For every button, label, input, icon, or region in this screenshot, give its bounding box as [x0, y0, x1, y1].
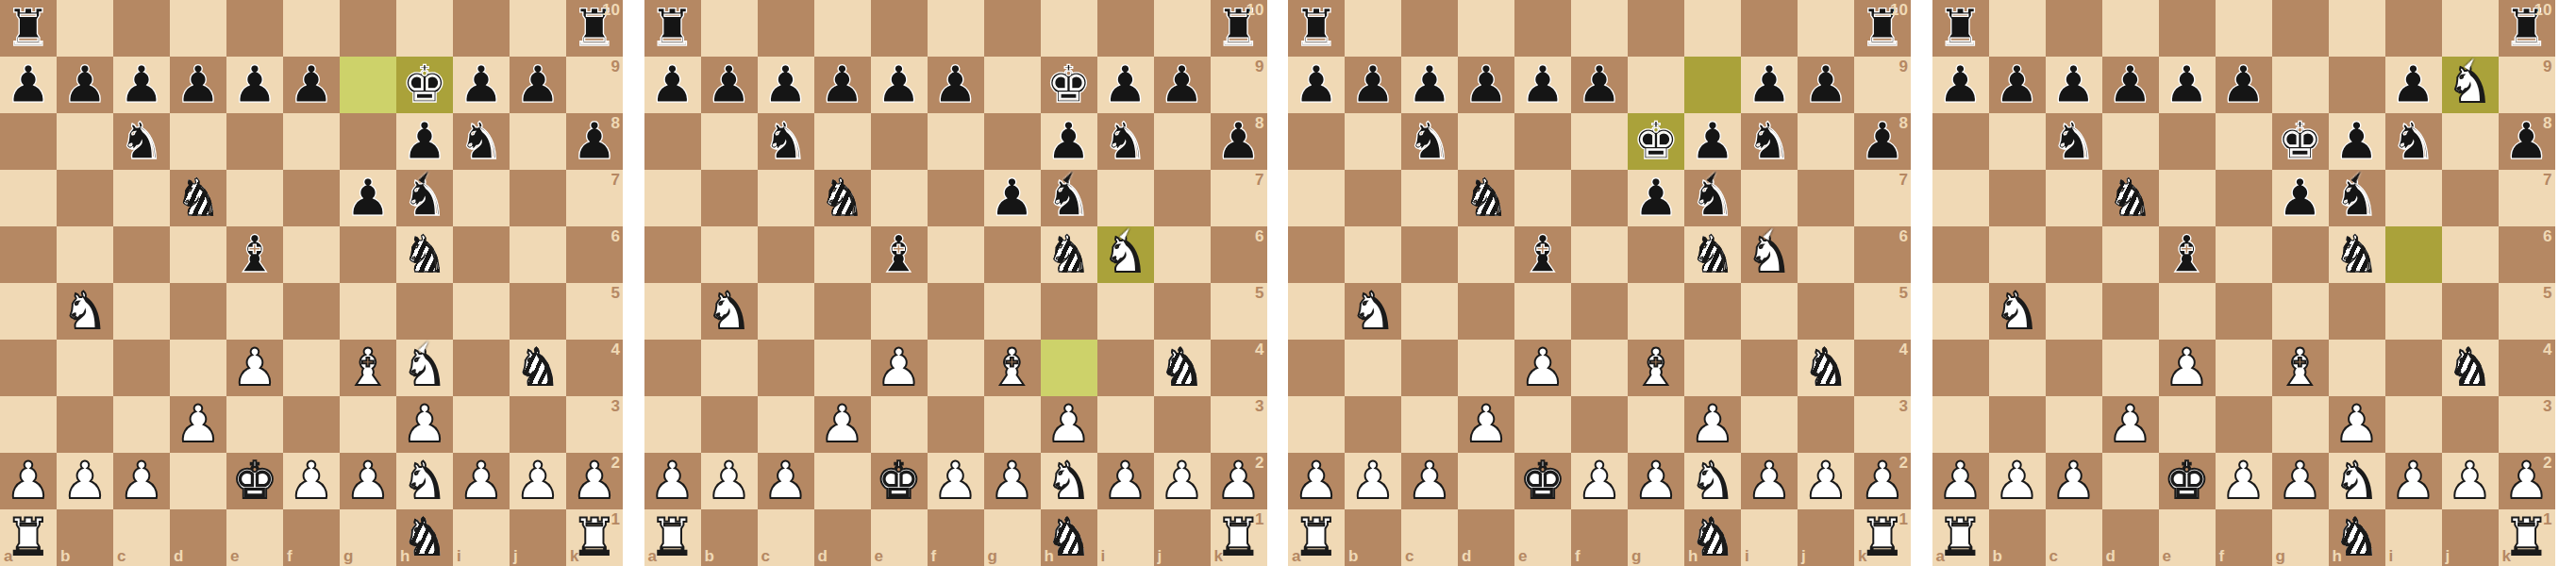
white-rook[interactable]: ♜: [0, 509, 57, 566]
square-g6[interactable]: [2272, 226, 2329, 283]
square-b6[interactable]: [57, 226, 113, 283]
square-d7[interactable]: ♞: [1458, 170, 1514, 226]
black-camel[interactable]: ♞: [170, 170, 226, 226]
square-d1[interactable]: d: [170, 509, 226, 566]
white-pawn[interactable]: ♟: [1458, 396, 1514, 453]
square-h9[interactable]: [2329, 57, 2385, 113]
square-b6[interactable]: [1989, 226, 2046, 283]
square-j3[interactable]: [1798, 396, 1854, 453]
square-a8[interactable]: [0, 113, 57, 170]
square-f8[interactable]: [2216, 113, 2272, 170]
square-b1[interactable]: b: [701, 509, 758, 566]
square-a5[interactable]: [1932, 283, 1989, 340]
square-b9[interactable]: ♟: [1989, 57, 2046, 113]
square-i2[interactable]: ♟: [453, 453, 510, 509]
square-a4[interactable]: [644, 340, 701, 396]
white-camel[interactable]: ♞: [510, 340, 566, 396]
square-j6[interactable]: [2442, 226, 2499, 283]
square-k10[interactable]: ♜10: [2499, 0, 2555, 57]
square-j4[interactable]: ♞: [2442, 340, 2499, 396]
square-g7[interactable]: ♟: [984, 170, 1041, 226]
square-k8[interactable]: ♟8: [1854, 113, 1911, 170]
square-g1[interactable]: g: [2272, 509, 2329, 566]
square-h10[interactable]: [2329, 0, 2385, 57]
black-king[interactable]: ♚: [2272, 113, 2329, 170]
square-i6[interactable]: [453, 226, 510, 283]
square-h1[interactable]: ♞h: [2329, 509, 2385, 566]
black-pawn[interactable]: ♟: [2216, 57, 2272, 113]
square-f5[interactable]: [2216, 283, 2272, 340]
square-h4[interactable]: [2329, 340, 2385, 396]
square-k4[interactable]: 4: [2499, 340, 2555, 396]
black-pawn[interactable]: ♟: [984, 170, 1041, 226]
square-h5[interactable]: [1041, 283, 1097, 340]
square-d9[interactable]: ♟: [1458, 57, 1514, 113]
square-k1[interactable]: ♜1k: [566, 509, 623, 566]
square-b6[interactable]: [701, 226, 758, 283]
square-d7[interactable]: ♞: [814, 170, 871, 226]
white-pawn[interactable]: ♟: [1854, 453, 1911, 509]
black-pawn[interactable]: ♟: [453, 57, 510, 113]
square-k6[interactable]: 6: [1211, 226, 1267, 283]
black-rook[interactable]: ♜: [0, 0, 57, 57]
square-d5[interactable]: [814, 283, 871, 340]
square-e6[interactable]: ♝: [226, 226, 283, 283]
black-pawn[interactable]: ♟: [340, 170, 396, 226]
square-k2[interactable]: ♟2: [1854, 453, 1911, 509]
square-f10[interactable]: [928, 0, 984, 57]
square-b1[interactable]: b: [57, 509, 113, 566]
square-j6[interactable]: [510, 226, 566, 283]
white-pawn[interactable]: ♟: [1684, 396, 1741, 453]
square-c3[interactable]: [113, 396, 170, 453]
square-k8[interactable]: ♟8: [2499, 113, 2555, 170]
white-knight[interactable]: ♞: [1989, 283, 2046, 340]
square-f8[interactable]: [283, 113, 340, 170]
square-d4[interactable]: [1458, 340, 1514, 396]
square-j4[interactable]: ♞: [1154, 340, 1211, 396]
square-a3[interactable]: [1288, 396, 1345, 453]
square-e4[interactable]: ♟: [1514, 340, 1571, 396]
square-j5[interactable]: [1154, 283, 1211, 340]
square-e10[interactable]: [871, 0, 928, 57]
square-b7[interactable]: [701, 170, 758, 226]
white-pawn[interactable]: ♟: [2385, 453, 2442, 509]
black-pawn[interactable]: ♟: [1932, 57, 1989, 113]
square-i4[interactable]: [1097, 340, 1154, 396]
square-g1[interactable]: g: [1628, 509, 1684, 566]
square-i6[interactable]: ♞: [1741, 226, 1798, 283]
square-i10[interactable]: [1097, 0, 1154, 57]
black-pawn[interactable]: ♟: [1989, 57, 2046, 113]
square-d5[interactable]: [1458, 283, 1514, 340]
square-f4[interactable]: [283, 340, 340, 396]
square-f6[interactable]: [2216, 226, 2272, 283]
white-pawn[interactable]: ♟: [566, 453, 623, 509]
square-k5[interactable]: 5: [1854, 283, 1911, 340]
square-g9[interactable]: [340, 57, 396, 113]
square-j2[interactable]: ♟: [1798, 453, 1854, 509]
square-i3[interactable]: [1741, 396, 1798, 453]
square-k3[interactable]: 3: [1211, 396, 1267, 453]
square-i3[interactable]: [1097, 396, 1154, 453]
black-pawn[interactable]: ♟: [2102, 57, 2159, 113]
square-k10[interactable]: ♜10: [566, 0, 623, 57]
square-a9[interactable]: ♟: [1288, 57, 1345, 113]
square-i6[interactable]: [2385, 226, 2442, 283]
square-j10[interactable]: [2442, 0, 2499, 57]
white-pawn[interactable]: ♟: [113, 453, 170, 509]
square-i3[interactable]: [2385, 396, 2442, 453]
square-j1[interactable]: j: [1154, 509, 1211, 566]
square-h5[interactable]: [396, 283, 453, 340]
black-king[interactable]: ♚: [396, 57, 453, 113]
square-d1[interactable]: d: [1458, 509, 1514, 566]
square-g4[interactable]: ♝: [1628, 340, 1684, 396]
black-wildebeest[interactable]: ♞: [396, 170, 453, 226]
square-i8[interactable]: ♞: [453, 113, 510, 170]
square-g7[interactable]: ♟: [1628, 170, 1684, 226]
white-pawn[interactable]: ♟: [2216, 453, 2272, 509]
black-pawn[interactable]: ♟: [2329, 113, 2385, 170]
square-h2[interactable]: ♞: [2329, 453, 2385, 509]
square-c3[interactable]: [2046, 396, 2102, 453]
square-i8[interactable]: ♞: [1097, 113, 1154, 170]
black-knight[interactable]: ♞: [758, 113, 814, 170]
square-f10[interactable]: [2216, 0, 2272, 57]
square-h4[interactable]: [1041, 340, 1097, 396]
square-j7[interactable]: [2442, 170, 2499, 226]
black-bishop[interactable]: ♝: [2159, 226, 2216, 283]
white-bishop[interactable]: ♝: [984, 340, 1041, 396]
square-j8[interactable]: [510, 113, 566, 170]
square-h10[interactable]: [1041, 0, 1097, 57]
white-pawn[interactable]: ♟: [0, 453, 57, 509]
square-e10[interactable]: [1514, 0, 1571, 57]
black-pawn[interactable]: ♟: [283, 57, 340, 113]
square-a1[interactable]: ♜a: [1288, 509, 1345, 566]
square-k4[interactable]: 4: [1854, 340, 1911, 396]
square-a9[interactable]: ♟: [0, 57, 57, 113]
white-knight[interactable]: ♞: [396, 453, 453, 509]
white-pawn[interactable]: ♟: [1211, 453, 1267, 509]
black-bishop[interactable]: ♝: [226, 226, 283, 283]
black-pawn[interactable]: ♟: [2159, 57, 2216, 113]
square-j6[interactable]: [1154, 226, 1211, 283]
black-rook[interactable]: ♜: [2499, 0, 2555, 57]
white-pawn[interactable]: ♟: [758, 453, 814, 509]
square-h8[interactable]: ♟: [1041, 113, 1097, 170]
square-d6[interactable]: [1458, 226, 1514, 283]
square-f9[interactable]: ♟: [1571, 57, 1628, 113]
square-e8[interactable]: [2159, 113, 2216, 170]
square-h2[interactable]: ♞: [1684, 453, 1741, 509]
black-king[interactable]: ♚: [1628, 113, 1684, 170]
square-j8[interactable]: [2442, 113, 2499, 170]
black-camel[interactable]: ♞: [2102, 170, 2159, 226]
black-pawn[interactable]: ♟: [2272, 170, 2329, 226]
square-d2[interactable]: [1458, 453, 1514, 509]
square-d4[interactable]: [814, 340, 871, 396]
square-a6[interactable]: [1932, 226, 1989, 283]
square-k6[interactable]: 6: [1854, 226, 1911, 283]
square-e9[interactable]: ♟: [871, 57, 928, 113]
square-d7[interactable]: ♞: [170, 170, 226, 226]
square-e1[interactable]: e: [1514, 509, 1571, 566]
black-camel[interactable]: ♞: [1041, 226, 1097, 283]
square-h7[interactable]: ♞: [1684, 170, 1741, 226]
square-a2[interactable]: ♟: [644, 453, 701, 509]
square-a7[interactable]: [0, 170, 57, 226]
square-c4[interactable]: [758, 340, 814, 396]
square-e5[interactable]: [2159, 283, 2216, 340]
square-j8[interactable]: [1154, 113, 1211, 170]
square-h3[interactable]: ♟: [1041, 396, 1097, 453]
black-rook[interactable]: ♜: [566, 0, 623, 57]
square-i4[interactable]: [453, 340, 510, 396]
black-knight[interactable]: ♞: [453, 113, 510, 170]
square-b10[interactable]: [57, 0, 113, 57]
square-i1[interactable]: i: [1097, 509, 1154, 566]
black-pawn[interactable]: ♟: [1628, 170, 1684, 226]
white-camel[interactable]: ♞: [1684, 509, 1741, 566]
square-a7[interactable]: [1932, 170, 1989, 226]
white-pawn[interactable]: ♟: [644, 453, 701, 509]
square-k2[interactable]: ♟2: [1211, 453, 1267, 509]
white-pawn[interactable]: ♟: [170, 396, 226, 453]
square-b7[interactable]: [1345, 170, 1401, 226]
square-c10[interactable]: [113, 0, 170, 57]
square-k5[interactable]: 5: [566, 283, 623, 340]
square-d9[interactable]: ♟: [170, 57, 226, 113]
square-f1[interactable]: f: [928, 509, 984, 566]
white-wildebeest[interactable]: ♞: [1741, 226, 1798, 283]
square-g5[interactable]: [984, 283, 1041, 340]
square-a7[interactable]: [644, 170, 701, 226]
square-d10[interactable]: [814, 0, 871, 57]
square-g8[interactable]: [984, 113, 1041, 170]
square-f4[interactable]: [1571, 340, 1628, 396]
white-pawn[interactable]: ♟: [1932, 453, 1989, 509]
black-pawn[interactable]: ♟: [1211, 113, 1267, 170]
square-h1[interactable]: ♞h: [1684, 509, 1741, 566]
square-k4[interactable]: 4: [566, 340, 623, 396]
square-e6[interactable]: ♝: [1514, 226, 1571, 283]
black-pawn[interactable]: ♟: [814, 57, 871, 113]
square-d2[interactable]: [170, 453, 226, 509]
square-a4[interactable]: [1288, 340, 1345, 396]
square-j7[interactable]: [1154, 170, 1211, 226]
square-a3[interactable]: [644, 396, 701, 453]
square-e6[interactable]: ♝: [2159, 226, 2216, 283]
square-b4[interactable]: [57, 340, 113, 396]
square-e2[interactable]: ♚: [1514, 453, 1571, 509]
white-pawn[interactable]: ♟: [1571, 453, 1628, 509]
square-i8[interactable]: ♞: [1741, 113, 1798, 170]
square-h6[interactable]: ♞: [1041, 226, 1097, 283]
square-c5[interactable]: [1401, 283, 1458, 340]
square-c10[interactable]: [1401, 0, 1458, 57]
square-f7[interactable]: [928, 170, 984, 226]
square-f8[interactable]: [928, 113, 984, 170]
black-pawn[interactable]: ♟: [1798, 57, 1854, 113]
black-rook[interactable]: ♜: [1211, 0, 1267, 57]
square-a1[interactable]: ♜a: [644, 509, 701, 566]
square-b8[interactable]: [1345, 113, 1401, 170]
square-c9[interactable]: ♟: [1401, 57, 1458, 113]
square-j9[interactable]: ♟: [1154, 57, 1211, 113]
square-c5[interactable]: [758, 283, 814, 340]
white-pawn[interactable]: ♟: [1628, 453, 1684, 509]
square-c9[interactable]: ♟: [758, 57, 814, 113]
square-d1[interactable]: d: [814, 509, 871, 566]
square-g1[interactable]: g: [340, 509, 396, 566]
square-d6[interactable]: [170, 226, 226, 283]
square-k8[interactable]: ♟8: [1211, 113, 1267, 170]
square-h7[interactable]: ♞: [1041, 170, 1097, 226]
square-g4[interactable]: ♝: [340, 340, 396, 396]
square-c7[interactable]: [2046, 170, 2102, 226]
black-bishop[interactable]: ♝: [871, 226, 928, 283]
black-bishop[interactable]: ♝: [1514, 226, 1571, 283]
square-i7[interactable]: [1097, 170, 1154, 226]
black-knight[interactable]: ♞: [1401, 113, 1458, 170]
square-k10[interactable]: ♜10: [1854, 0, 1911, 57]
white-knight[interactable]: ♞: [1041, 453, 1097, 509]
square-j9[interactable]: ♞: [2442, 57, 2499, 113]
square-b1[interactable]: b: [1345, 509, 1401, 566]
black-camel[interactable]: ♞: [1458, 170, 1514, 226]
square-j4[interactable]: ♞: [1798, 340, 1854, 396]
square-d3[interactable]: ♟: [814, 396, 871, 453]
square-i4[interactable]: [1741, 340, 1798, 396]
white-pawn[interactable]: ♟: [1514, 340, 1571, 396]
square-h8[interactable]: ♟: [1684, 113, 1741, 170]
white-wildebeest[interactable]: ♞: [2442, 57, 2499, 113]
square-h3[interactable]: ♟: [2329, 396, 2385, 453]
square-e7[interactable]: [1514, 170, 1571, 226]
square-c3[interactable]: [758, 396, 814, 453]
white-pawn[interactable]: ♟: [984, 453, 1041, 509]
black-wildebeest[interactable]: ♞: [1041, 170, 1097, 226]
square-f2[interactable]: ♟: [2216, 453, 2272, 509]
square-g5[interactable]: [2272, 283, 2329, 340]
black-rook[interactable]: ♜: [1288, 0, 1345, 57]
square-j5[interactable]: [2442, 283, 2499, 340]
square-j2[interactable]: ♟: [510, 453, 566, 509]
white-pawn[interactable]: ♟: [510, 453, 566, 509]
white-pawn[interactable]: ♟: [2046, 453, 2102, 509]
black-camel[interactable]: ♞: [814, 170, 871, 226]
square-h6[interactable]: ♞: [1684, 226, 1741, 283]
square-a6[interactable]: [1288, 226, 1345, 283]
square-c7[interactable]: [1401, 170, 1458, 226]
square-h7[interactable]: ♞: [2329, 170, 2385, 226]
square-d3[interactable]: ♟: [170, 396, 226, 453]
white-camel[interactable]: ♞: [2329, 509, 2385, 566]
square-i2[interactable]: ♟: [1741, 453, 1798, 509]
black-pawn[interactable]: ♟: [758, 57, 814, 113]
square-c2[interactable]: ♟: [1401, 453, 1458, 509]
black-pawn[interactable]: ♟: [0, 57, 57, 113]
square-d1[interactable]: d: [2102, 509, 2159, 566]
square-h2[interactable]: ♞: [396, 453, 453, 509]
square-e1[interactable]: e: [871, 509, 928, 566]
square-b7[interactable]: [57, 170, 113, 226]
square-e3[interactable]: [226, 396, 283, 453]
square-c6[interactable]: [1401, 226, 1458, 283]
square-e3[interactable]: [1514, 396, 1571, 453]
square-f4[interactable]: [928, 340, 984, 396]
square-b3[interactable]: [1989, 396, 2046, 453]
square-h2[interactable]: ♞: [1041, 453, 1097, 509]
black-pawn[interactable]: ♟: [1684, 113, 1741, 170]
square-e7[interactable]: [2159, 170, 2216, 226]
square-k6[interactable]: 6: [2499, 226, 2555, 283]
square-e1[interactable]: e: [2159, 509, 2216, 566]
black-pawn[interactable]: ♟: [644, 57, 701, 113]
square-k1[interactable]: ♜1k: [2499, 509, 2555, 566]
square-e2[interactable]: ♚: [226, 453, 283, 509]
square-f5[interactable]: [1571, 283, 1628, 340]
square-c7[interactable]: [113, 170, 170, 226]
black-pawn[interactable]: ♟: [226, 57, 283, 113]
square-e9[interactable]: ♟: [1514, 57, 1571, 113]
square-h7[interactable]: ♞: [396, 170, 453, 226]
square-b2[interactable]: ♟: [1989, 453, 2046, 509]
square-c10[interactable]: [2046, 0, 2102, 57]
square-k3[interactable]: 3: [2499, 396, 2555, 453]
square-b8[interactable]: [1989, 113, 2046, 170]
square-e3[interactable]: [2159, 396, 2216, 453]
square-f6[interactable]: [928, 226, 984, 283]
square-f2[interactable]: ♟: [283, 453, 340, 509]
square-b5[interactable]: ♞: [1989, 283, 2046, 340]
square-c5[interactable]: [2046, 283, 2102, 340]
square-f3[interactable]: [283, 396, 340, 453]
square-i5[interactable]: [453, 283, 510, 340]
square-f4[interactable]: [2216, 340, 2272, 396]
black-camel[interactable]: ♞: [396, 226, 453, 283]
square-k2[interactable]: ♟2: [566, 453, 623, 509]
square-c8[interactable]: ♞: [1401, 113, 1458, 170]
square-a1[interactable]: ♜a: [1932, 509, 1989, 566]
square-h3[interactable]: ♟: [396, 396, 453, 453]
square-k4[interactable]: 4: [1211, 340, 1267, 396]
black-knight[interactable]: ♞: [1097, 113, 1154, 170]
black-pawn[interactable]: ♟: [1345, 57, 1401, 113]
white-pawn[interactable]: ♟: [2329, 396, 2385, 453]
square-a8[interactable]: [1288, 113, 1345, 170]
square-a6[interactable]: [644, 226, 701, 283]
square-i2[interactable]: ♟: [1097, 453, 1154, 509]
square-b10[interactable]: [701, 0, 758, 57]
square-e7[interactable]: [226, 170, 283, 226]
square-a10[interactable]: ♜: [644, 0, 701, 57]
square-b2[interactable]: ♟: [57, 453, 113, 509]
square-i9[interactable]: ♟: [1741, 57, 1798, 113]
square-b5[interactable]: ♞: [1345, 283, 1401, 340]
square-b4[interactable]: [1989, 340, 2046, 396]
white-pawn[interactable]: ♟: [340, 453, 396, 509]
square-k5[interactable]: 5: [2499, 283, 2555, 340]
square-g5[interactable]: [1628, 283, 1684, 340]
square-b4[interactable]: [1345, 340, 1401, 396]
black-pawn[interactable]: ♟: [113, 57, 170, 113]
square-h4[interactable]: ♞: [396, 340, 453, 396]
square-g6[interactable]: [984, 226, 1041, 283]
square-b4[interactable]: [701, 340, 758, 396]
